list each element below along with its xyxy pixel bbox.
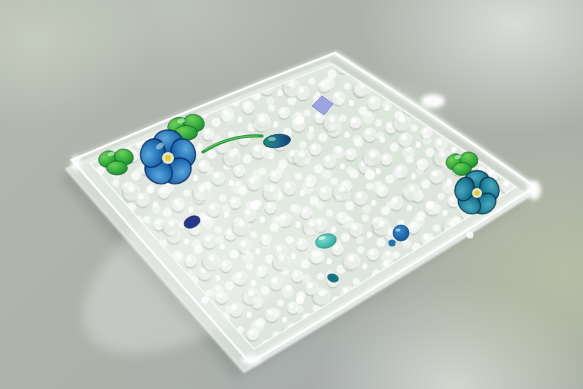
blue-round-chip	[393, 225, 409, 241]
glass-plate-photo	[0, 0, 583, 389]
small-blue-chip	[388, 239, 395, 246]
left-flower-center	[165, 155, 171, 161]
right-flower-center	[474, 190, 480, 196]
photo-scene	[0, 0, 583, 389]
